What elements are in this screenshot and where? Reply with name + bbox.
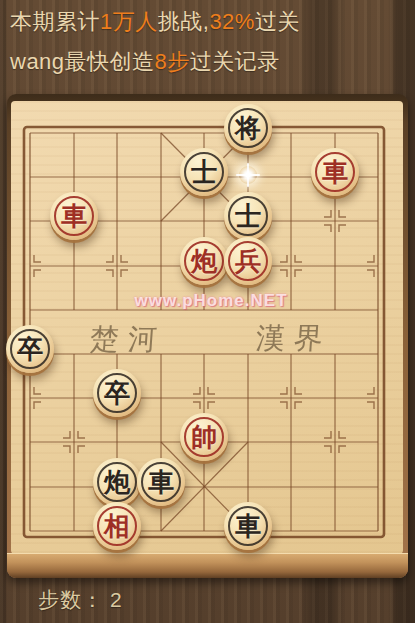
river-label-hanjie: 漢界 <box>255 319 334 359</box>
piece-character: 兵 <box>224 237 272 285</box>
stats-text-segment: 本期累计 <box>10 9 100 34</box>
piece-black-pawn-2[interactable]: 卒 <box>93 369 141 417</box>
piece-character: 車 <box>311 148 359 196</box>
piece-black-cannon[interactable]: 炮 <box>93 458 141 506</box>
stats-text-segment: 1万人 <box>100 9 158 34</box>
piece-character: 車 <box>50 192 98 240</box>
piece-red-chariot-1[interactable]: 車 <box>311 148 359 196</box>
piece-character: 炮 <box>93 458 141 506</box>
move-counter-label: 步数： <box>38 588 104 611</box>
watermark: www.pHome.NET <box>134 291 287 311</box>
stats-banner: 本期累计1万人挑战,32%过关 wang最快创造8步过关记录 <box>10 0 410 82</box>
piece-red-pawn[interactable]: 兵 <box>224 237 272 285</box>
piece-black-pawn-1[interactable]: 卒 <box>6 325 54 373</box>
move-counter-value: 2 <box>110 588 123 611</box>
piece-red-elephant[interactable]: 相 <box>93 502 141 550</box>
piece-red-general[interactable]: 帥 <box>180 413 228 461</box>
piece-black-chariot-1[interactable]: 車 <box>137 458 185 506</box>
piece-character: 帥 <box>180 413 228 461</box>
piece-character: 車 <box>224 502 272 550</box>
piece-character: 相 <box>93 502 141 550</box>
piece-character: 士 <box>224 192 272 240</box>
stats-text-segment: 32% <box>209 9 255 34</box>
piece-character: 士 <box>180 148 228 196</box>
piece-black-general[interactable]: 将 <box>224 104 272 152</box>
piece-character: 卒 <box>6 325 54 373</box>
record-stats-text: wang最快创造8步过关记录 <box>10 42 410 82</box>
piece-black-advisor-1[interactable]: 士 <box>180 148 228 196</box>
piece-red-cannon[interactable]: 炮 <box>180 237 228 285</box>
stats-text-segment: wang最快创造 <box>10 49 155 74</box>
challenge-stats-text: 本期累计1万人挑战,32%过关 <box>10 2 410 42</box>
river-label-chuhe: 楚河 <box>89 320 168 360</box>
board-front-edge <box>7 553 408 578</box>
stats-text-segment: 挑战, <box>158 9 210 34</box>
stats-text-segment: 过关 <box>255 9 300 34</box>
piece-red-chariot-2[interactable]: 車 <box>50 192 98 240</box>
stats-text-segment: 过关记录 <box>190 49 280 74</box>
move-highlight-sparkle <box>239 166 257 184</box>
app-root: 本期累计1万人挑战,32%过关 wang最快创造8步过关记录 楚河 漢界 将士車… <box>0 0 415 623</box>
stats-text-segment: 8步 <box>155 49 190 74</box>
piece-character: 車 <box>137 458 185 506</box>
piece-black-chariot-2[interactable]: 車 <box>224 502 272 550</box>
piece-character: 将 <box>224 104 272 152</box>
piece-character: 卒 <box>93 369 141 417</box>
move-counter: 步数：2 <box>38 586 123 614</box>
piece-character: 炮 <box>180 237 228 285</box>
piece-black-advisor-2[interactable]: 士 <box>224 192 272 240</box>
